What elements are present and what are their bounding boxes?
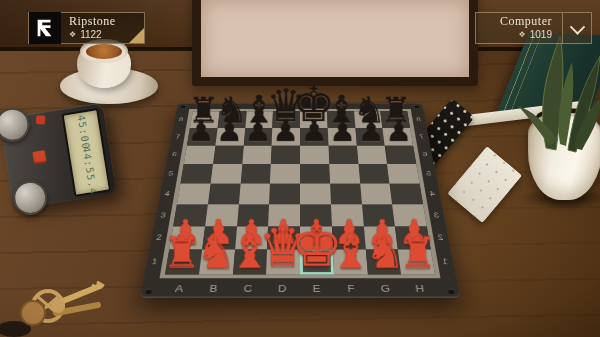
rank-label-5: 5 bbox=[426, 171, 432, 177]
elo-rating-icon: ❖ bbox=[519, 31, 526, 39]
square-b5[interactable] bbox=[210, 164, 242, 184]
opponent-rating: 1019 bbox=[530, 29, 552, 41]
rank-label-5: 5 bbox=[168, 171, 174, 177]
board-scene: ♜♞♝♛♚♝♞♜♟♟♟♟♟♟♟♟♟♟♟♟♟♟♟♟♜♞♝♛♚♝♞♜ ABCDEFG… bbox=[0, 0, 600, 337]
opponent-badge[interactable]: Computer ❖ 1019 bbox=[475, 12, 592, 44]
opponent-name: Computer bbox=[500, 15, 552, 29]
square-d4[interactable] bbox=[269, 184, 300, 205]
square-b6[interactable] bbox=[213, 145, 244, 164]
file-label-c: C bbox=[231, 283, 266, 294]
square-f4[interactable] bbox=[330, 184, 362, 205]
file-labels: ABCDEFGH bbox=[162, 283, 439, 294]
board-screw bbox=[447, 289, 455, 294]
square-h7[interactable]: ♟ bbox=[383, 128, 414, 146]
player-badge: Ripstone ❖ 1122 bbox=[28, 12, 145, 44]
file-label-a: A bbox=[162, 283, 198, 294]
square-e4[interactable] bbox=[300, 184, 331, 205]
square-h5[interactable] bbox=[387, 164, 419, 184]
file-label-d: D bbox=[265, 283, 300, 294]
opponent-dropdown-button[interactable] bbox=[562, 13, 591, 43]
board-screw bbox=[145, 289, 153, 294]
square-g6[interactable] bbox=[357, 145, 388, 164]
player-rating: 1122 bbox=[80, 29, 102, 41]
file-label-e: E bbox=[300, 283, 335, 294]
chess-board: ♜♞♝♛♚♝♞♜♟♟♟♟♟♟♟♟♟♟♟♟♟♟♟♟♜♞♝♛♚♝♞♜ ABCDEFG… bbox=[140, 103, 460, 298]
square-a5[interactable] bbox=[180, 164, 212, 184]
square-a4[interactable] bbox=[177, 184, 210, 205]
square-c5[interactable] bbox=[240, 164, 271, 184]
square-h6[interactable] bbox=[385, 145, 416, 164]
ripstone-logo-icon bbox=[29, 12, 61, 44]
square-e5[interactable] bbox=[300, 164, 330, 184]
file-label-h: H bbox=[402, 283, 438, 294]
chevron-down-icon bbox=[569, 19, 585, 35]
file-label-g: G bbox=[368, 283, 403, 294]
square-g4[interactable] bbox=[360, 184, 393, 205]
square-c6[interactable] bbox=[242, 145, 272, 164]
board-inner-rail: ♜♞♝♛♚♝♞♜♟♟♟♟♟♟♟♟♟♟♟♟♟♟♟♟♜♞♝♛♚♝♞♜ bbox=[159, 109, 440, 278]
square-d5[interactable] bbox=[270, 164, 300, 184]
square-d6[interactable] bbox=[271, 145, 300, 164]
elo-rating-icon: ❖ bbox=[69, 31, 76, 39]
badge-corner-accent bbox=[129, 28, 144, 43]
rank-label-4: 4 bbox=[430, 190, 436, 197]
board-grid: ♜♞♝♛♚♝♞♜♟♟♟♟♟♟♟♟♟♟♟♟♟♟♟♟♜♞♝♛♚♝♞♜ bbox=[165, 111, 435, 274]
square-b4[interactable] bbox=[208, 184, 241, 205]
square-f6[interactable] bbox=[328, 145, 358, 164]
square-c4[interactable] bbox=[238, 184, 270, 205]
square-e6[interactable] bbox=[300, 145, 329, 164]
square-h1[interactable]: ♜ bbox=[398, 250, 435, 275]
square-f5[interactable] bbox=[329, 164, 360, 184]
square-a6[interactable] bbox=[184, 145, 215, 164]
chess-game-scene: 45:00 44:55.4 ♜♞♝♛♚♝♞♜♟♟♟♟♟♟♟♟♟♟♟♟ bbox=[0, 0, 600, 337]
rank-label-6: 6 bbox=[423, 152, 429, 158]
rank-label-4: 4 bbox=[164, 190, 170, 197]
square-g5[interactable] bbox=[358, 164, 390, 184]
square-h4[interactable] bbox=[390, 184, 423, 205]
player-name: Ripstone bbox=[69, 15, 116, 29]
file-label-f: F bbox=[334, 283, 369, 294]
file-label-b: B bbox=[196, 283, 231, 294]
rank-label-6: 6 bbox=[172, 152, 178, 158]
rank-label-3: 3 bbox=[434, 212, 440, 219]
